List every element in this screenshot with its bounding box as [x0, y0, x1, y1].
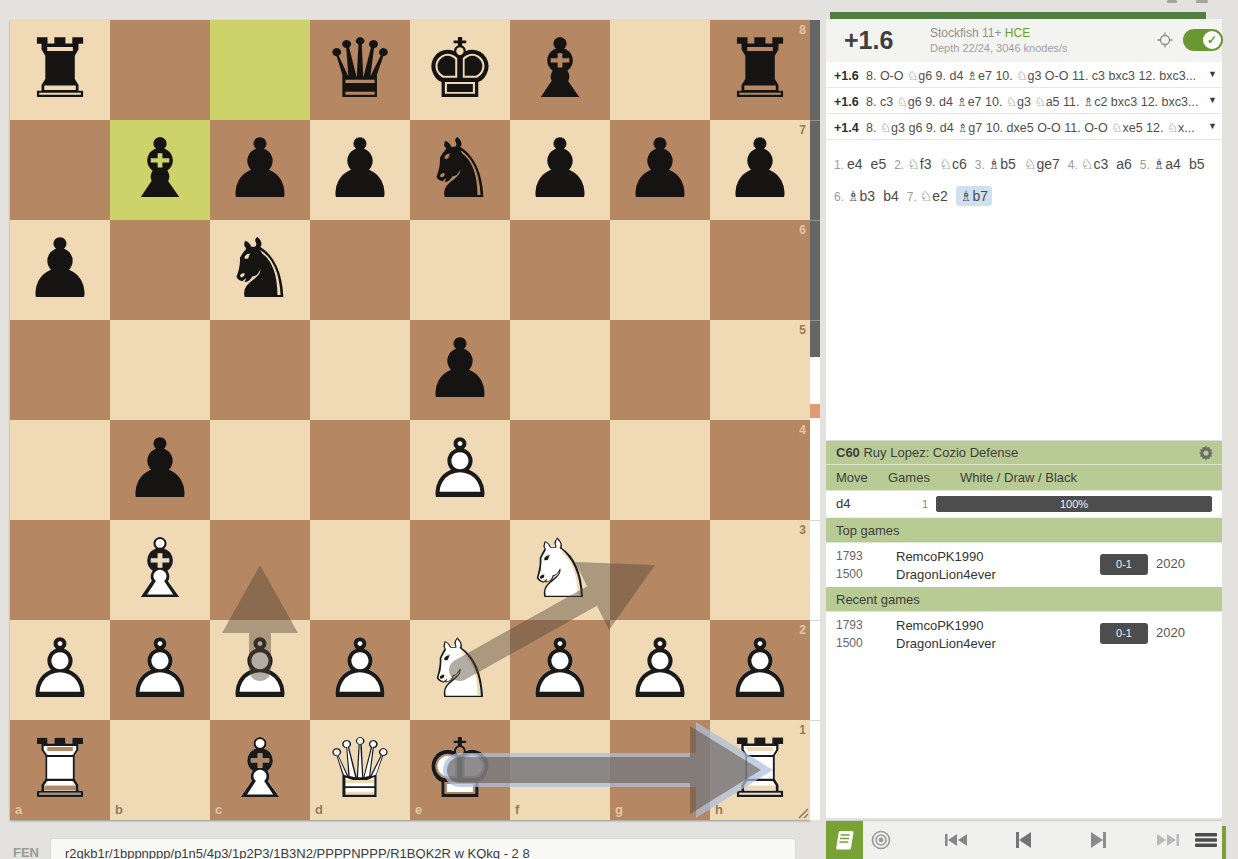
- line-eval: +1.4: [834, 116, 866, 140]
- square-d4[interactable]: [310, 420, 410, 520]
- square-c3[interactable]: [210, 520, 310, 620]
- square-c5[interactable]: [210, 320, 310, 420]
- square-a4[interactable]: [10, 420, 110, 520]
- piece-white-pawn: ♟: [10, 620, 110, 720]
- eco-code: C60: [836, 445, 860, 460]
- header-icon-stub: [1196, 0, 1208, 3]
- menu-hamburger-icon[interactable]: [1194, 829, 1218, 851]
- piece-black-pawn: ♟: [710, 120, 810, 220]
- piece-white-bishop: ♝: [210, 720, 310, 820]
- square-h7[interactable]: ♟7: [710, 120, 810, 220]
- square-c1[interactable]: ♝♗c: [210, 720, 310, 820]
- square-e8[interactable]: ♚: [410, 20, 510, 120]
- square-d6[interactable]: [310, 220, 410, 320]
- piece-black-knight: ♞: [210, 220, 310, 320]
- piece-white-queen-outline: ♕: [310, 720, 410, 820]
- square-b7[interactable]: ♝: [110, 120, 210, 220]
- gauge-tick: [810, 320, 820, 321]
- square-a1[interactable]: ♜♖a: [10, 720, 110, 820]
- engine-lines: +1.68. O-O ♘g6 9. d4 ♗e7 10. ♘g3 O-O 11.…: [826, 62, 1222, 140]
- square-d7[interactable]: ♟: [310, 120, 410, 220]
- square-h4[interactable]: 4: [710, 420, 810, 520]
- explorer-column-headers: Move Games White / Draw / Black: [826, 465, 1222, 491]
- focus-icon[interactable]: [1157, 32, 1173, 48]
- piece-white-pawn-outline: ♙: [510, 620, 610, 720]
- next-move-button[interactable]: [1088, 829, 1112, 851]
- piece-black-queen: ♛: [310, 20, 410, 120]
- square-b3[interactable]: ♝♗: [110, 520, 210, 620]
- fen-input[interactable]: [50, 838, 796, 859]
- piece-black-pawn: ♟: [210, 120, 310, 220]
- expand-line-icon[interactable]: ▼: [1208, 88, 1217, 113]
- move-number: 6.: [834, 190, 844, 204]
- piece-black-knight: ♞: [410, 120, 510, 220]
- move[interactable]: ♘ge7: [1024, 156, 1060, 172]
- square-c7[interactable]: ♟: [210, 120, 310, 220]
- piece-white-pawn-outline: ♙: [10, 620, 110, 720]
- move[interactable]: ♗b3: [847, 188, 875, 204]
- piece-white-pawn-outline: ♙: [310, 620, 410, 720]
- piece-black-pawn: ♟: [310, 120, 410, 220]
- eval-gauge-black-share: [810, 20, 820, 357]
- move[interactable]: b4: [883, 188, 899, 204]
- square-d8[interactable]: ♛: [310, 20, 410, 120]
- piece-white-knight: ♞: [410, 620, 510, 720]
- move-list: 1.e4e52.♘f3♘c63.♗b5♘ge74.♘c3a65.♗a4b56.♗…: [826, 140, 1222, 212]
- square-g5[interactable]: [610, 320, 710, 420]
- piece-white-pawn: ♟: [210, 620, 310, 720]
- engine-eval: +1.6: [844, 26, 893, 55]
- white-player: RemcoPK1990: [896, 549, 983, 564]
- piece-black-bishop: ♝: [510, 20, 610, 120]
- underboard-edge: [1222, 826, 1226, 859]
- piece-white-knight-outline: ♘: [410, 620, 510, 720]
- piece-black-pawn: ♟: [510, 120, 610, 220]
- piece-white-pawn: ♟: [510, 620, 610, 720]
- square-h2[interactable]: ♟♙2: [710, 620, 810, 720]
- fen-label: FEN: [13, 845, 39, 859]
- analysis-progress-bar: [830, 12, 1206, 19]
- result-badge: 0-1: [1100, 554, 1148, 575]
- piece-black-pawn: ♟: [610, 120, 710, 220]
- square-g1[interactable]: g: [610, 720, 710, 820]
- expand-line-icon[interactable]: ▼: [1208, 114, 1217, 139]
- square-d3[interactable]: [310, 520, 410, 620]
- square-e5[interactable]: ♟: [410, 320, 510, 420]
- move[interactable]: ♗b5: [988, 156, 1016, 172]
- move-current[interactable]: ♗b7: [956, 186, 992, 206]
- opening-explorer-toggle-button[interactable]: [826, 821, 863, 859]
- square-a6[interactable]: ♟: [10, 220, 110, 320]
- square-b1[interactable]: b: [110, 720, 210, 820]
- square-g8[interactable]: [610, 20, 710, 120]
- square-e2[interactable]: ♞♘: [410, 620, 510, 720]
- piece-white-rook: ♜: [10, 720, 110, 820]
- square-g6[interactable]: [610, 220, 710, 320]
- eval-gauge: [810, 20, 820, 820]
- engine-depth: Depth 22/24, 3046 knodes/s: [930, 42, 1068, 54]
- piece-white-bishop-outline: ♗: [110, 520, 210, 620]
- piece-white-king-outline: ♔: [410, 720, 510, 820]
- engine-eval-type: HCE: [1005, 26, 1030, 40]
- move[interactable]: ♘e2: [920, 188, 948, 204]
- piece-white-bishop-outline: ♗: [210, 720, 310, 820]
- square-a7[interactable]: [10, 120, 110, 220]
- move-san: d4: [836, 491, 850, 517]
- square-b6[interactable]: [110, 220, 210, 320]
- piece-black-rook: ♜: [10, 20, 110, 120]
- square-e6[interactable]: [410, 220, 510, 320]
- square-f1[interactable]: f: [510, 720, 610, 820]
- move-number: 3.: [975, 158, 985, 172]
- expand-line-icon[interactable]: ▼: [1208, 62, 1217, 87]
- white-rating: 1793: [836, 618, 863, 632]
- piece-white-pawn-outline: ♙: [710, 620, 810, 720]
- move[interactable]: a6: [1116, 156, 1132, 172]
- piece-white-pawn-outline: ♙: [110, 620, 210, 720]
- square-c8[interactable]: [210, 20, 310, 120]
- engine-header: +1.6 Stockfish 11+ HCE Depth 22/24, 3046…: [826, 19, 1222, 63]
- col-move: Move: [836, 465, 868, 490]
- move-line: 1.e4e52.♘f3♘c63.♗b5♘ge74.♘c3a65.♗a4b5: [834, 148, 1214, 180]
- line-eval: +1.6: [834, 90, 866, 114]
- square-b5[interactable]: [110, 320, 210, 420]
- square-b2[interactable]: ♟♙: [110, 620, 210, 720]
- file-label-d: d: [315, 802, 323, 817]
- section-top-games: Top games: [826, 518, 1222, 543]
- top-game-row[interactable]: 1793 RemcoPK1990 1500 DragonLion4ever 0-…: [826, 543, 1222, 587]
- gauge-tick: [810, 220, 820, 221]
- file-label-g: g: [615, 802, 623, 817]
- square-f4[interactable]: [510, 420, 610, 520]
- piece-white-pawn: ♟: [610, 620, 710, 720]
- square-g3[interactable]: [610, 520, 710, 620]
- move-number: 2.: [894, 158, 904, 172]
- piece-white-rook-outline: ♖: [10, 720, 110, 820]
- move[interactable]: ♘c3: [1081, 156, 1108, 172]
- square-e7[interactable]: ♞: [410, 120, 510, 220]
- line-moves: 8. ♘g3 g6 9. d4 ♗g7 10. dxe5 O-O 11. O-O…: [866, 121, 1195, 135]
- square-b8[interactable]: [110, 20, 210, 120]
- games-count: 1: [886, 491, 928, 517]
- square-f5[interactable]: [510, 320, 610, 420]
- col-white-draw-black: White / Draw / Black: [960, 465, 1077, 490]
- move[interactable]: ♘c6: [939, 156, 966, 172]
- explorer-move-row-d4[interactable]: d4 1 100%: [826, 491, 1222, 518]
- square-f2[interactable]: ♟♙: [510, 620, 610, 720]
- file-label-c: c: [215, 802, 222, 817]
- engine-line-2[interactable]: +1.68. c3 ♘g6 9. d4 ♗e7 10. ♘g3 ♘a5 11. …: [826, 88, 1222, 114]
- piece-white-pawn-outline: ♙: [210, 620, 310, 720]
- engine-line-1[interactable]: +1.68. O-O ♘g6 9. d4 ♗e7 10. ♘g3 O-O 11.…: [826, 62, 1222, 88]
- result-bar-black: 100%: [936, 496, 1212, 512]
- square-h6[interactable]: 6: [710, 220, 810, 320]
- move[interactable]: b5: [1189, 156, 1205, 172]
- rank-label-5: 5: [799, 323, 806, 337]
- header-icon-stub: [1167, 0, 1177, 3]
- square-e1[interactable]: ♚♔e: [410, 720, 510, 820]
- move-number: 7.: [907, 190, 917, 204]
- file-label-e: e: [415, 802, 422, 817]
- move[interactable]: ♘f3: [907, 156, 931, 172]
- black-rating: 1500: [836, 567, 863, 581]
- go-to-end-button[interactable]: [1156, 829, 1180, 851]
- piece-black-pawn: ♟: [410, 320, 510, 420]
- square-h5[interactable]: 5: [710, 320, 810, 420]
- file-label-f: f: [515, 802, 519, 817]
- square-c4[interactable]: [210, 420, 310, 520]
- move[interactable]: ♗a4: [1153, 156, 1181, 172]
- board-resize-handle[interactable]: [795, 805, 809, 819]
- white-player: RemcoPK1990: [896, 618, 983, 633]
- square-d1[interactable]: ♛♕d: [310, 720, 410, 820]
- rank-label-2: 2: [799, 623, 806, 637]
- result-badge: 0-1: [1100, 623, 1148, 644]
- square-g2[interactable]: ♟♙: [610, 620, 710, 720]
- toggle-knob-check-icon: ✓: [1203, 31, 1221, 49]
- go-to-start-button[interactable]: [944, 829, 968, 851]
- square-d2[interactable]: ♟♙: [310, 620, 410, 720]
- black-player: DragonLion4ever: [896, 636, 996, 651]
- practice-target-icon[interactable]: [870, 829, 894, 851]
- piece-white-pawn-outline: ♙: [610, 620, 710, 720]
- rank-label-1: 1: [799, 723, 806, 737]
- square-f3[interactable]: ♞♘: [510, 520, 610, 620]
- square-c6[interactable]: ♞: [210, 220, 310, 320]
- white-rating: 1793: [836, 549, 863, 563]
- square-h3[interactable]: 3: [710, 520, 810, 620]
- square-a3[interactable]: [10, 520, 110, 620]
- explorer-settings-gear-icon[interactable]: [1198, 445, 1214, 461]
- square-a8[interactable]: ♜: [10, 20, 110, 120]
- black-percentage: 100%: [936, 496, 1212, 512]
- file-label-a: a: [15, 802, 22, 817]
- piece-white-knight-outline: ♘: [510, 520, 610, 620]
- gauge-tick: [810, 520, 820, 521]
- move[interactable]: e5: [871, 156, 887, 172]
- move-number: 5.: [1140, 158, 1150, 172]
- book-icon: [834, 829, 856, 851]
- move-number: 4.: [1068, 158, 1078, 172]
- square-f6[interactable]: [510, 220, 610, 320]
- engine-toggle[interactable]: ✓: [1183, 29, 1223, 51]
- black-player: DragonLion4ever: [896, 567, 996, 582]
- gauge-zero-tick: [810, 404, 820, 418]
- square-e4[interactable]: ♟♙: [410, 420, 510, 520]
- piece-black-pawn: ♟: [110, 420, 210, 520]
- engine-line-3[interactable]: +1.48. ♘g3 g6 9. d4 ♗g7 10. dxe5 O-O 11.…: [826, 114, 1222, 140]
- square-e3[interactable]: [410, 520, 510, 620]
- square-a2[interactable]: ♟♙: [10, 620, 110, 720]
- piece-black-king: ♚: [410, 20, 510, 120]
- piece-black-rook: ♜: [710, 20, 810, 120]
- move-number: 1.: [834, 158, 844, 172]
- rank-label-3: 3: [799, 523, 806, 537]
- opening-explorer: C60 Ruy Lopez: Cozio Defense Move Games …: [826, 440, 1222, 656]
- piece-white-bishop: ♝: [110, 520, 210, 620]
- opening-name: Ruy Lopez: Cozio Defense: [863, 445, 1018, 460]
- gauge-tick: [810, 120, 820, 121]
- opening-title: C60 Ruy Lopez: Cozio Defense: [826, 441, 1222, 465]
- piece-black-bishop: ♝: [110, 120, 210, 220]
- square-f7[interactable]: ♟: [510, 120, 610, 220]
- previous-move-button[interactable]: [1012, 829, 1036, 851]
- line-moves: 8. c3 ♘g6 9. d4 ♗e7 10. ♘g3 ♘a5 11. ♗c2 …: [866, 95, 1198, 109]
- recent-game-row[interactable]: 1793 RemcoPK1990 1500 DragonLion4ever 0-…: [826, 612, 1222, 656]
- rank-label-6: 6: [799, 223, 806, 237]
- chess-board: ♜♛♚♝♜8♝♟♟♞♟♟♟7♟♞6♟5♟♟♙4♝♗♞♘3♟♙♟♙♟♙♟♙♞♘♟♙…: [10, 20, 810, 820]
- gauge-tick: [810, 720, 820, 721]
- engine-name: Stockfish 11+ HCE: [930, 26, 1030, 40]
- gauge-tick: [810, 620, 820, 621]
- black-rating: 1500: [836, 636, 863, 650]
- piece-white-pawn: ♟: [310, 620, 410, 720]
- game-year: 2020: [1156, 556, 1185, 571]
- square-h8[interactable]: ♜8: [710, 20, 810, 120]
- square-f8[interactable]: ♝: [510, 20, 610, 120]
- move[interactable]: e4: [847, 156, 863, 172]
- piece-white-knight: ♞: [510, 520, 610, 620]
- rank-label-4: 4: [799, 423, 806, 437]
- col-games: Games: [888, 465, 930, 490]
- rank-label-8: 8: [799, 23, 806, 37]
- line-moves: 8. O-O ♘g6 9. d4 ♗e7 10. ♘g3 O-O 11. c3 …: [866, 69, 1196, 83]
- section-recent-games: Recent games: [826, 587, 1222, 612]
- move-line: 6.♗b3b47.♘e2♗b7: [834, 180, 1214, 212]
- file-label-b: b: [115, 802, 123, 817]
- square-a5[interactable]: [10, 320, 110, 420]
- piece-white-pawn: ♟: [110, 620, 210, 720]
- piece-black-pawn: ♟: [10, 220, 110, 320]
- piece-white-pawn: ♟: [410, 420, 510, 520]
- square-g4[interactable]: [610, 420, 710, 520]
- line-eval: +1.6: [834, 64, 866, 88]
- piece-white-queen: ♛: [310, 720, 410, 820]
- analysis-toolbar: [826, 820, 1222, 859]
- file-label-h: h: [715, 802, 723, 817]
- rank-label-7: 7: [799, 123, 806, 137]
- piece-white-pawn: ♟: [710, 620, 810, 720]
- piece-white-king: ♚: [410, 720, 510, 820]
- square-b4[interactable]: ♟: [110, 420, 210, 520]
- square-c2[interactable]: ♟♙: [210, 620, 310, 720]
- square-d5[interactable]: [310, 320, 410, 420]
- piece-white-pawn-outline: ♙: [410, 420, 510, 520]
- game-year: 2020: [1156, 625, 1185, 640]
- square-g7[interactable]: ♟: [610, 120, 710, 220]
